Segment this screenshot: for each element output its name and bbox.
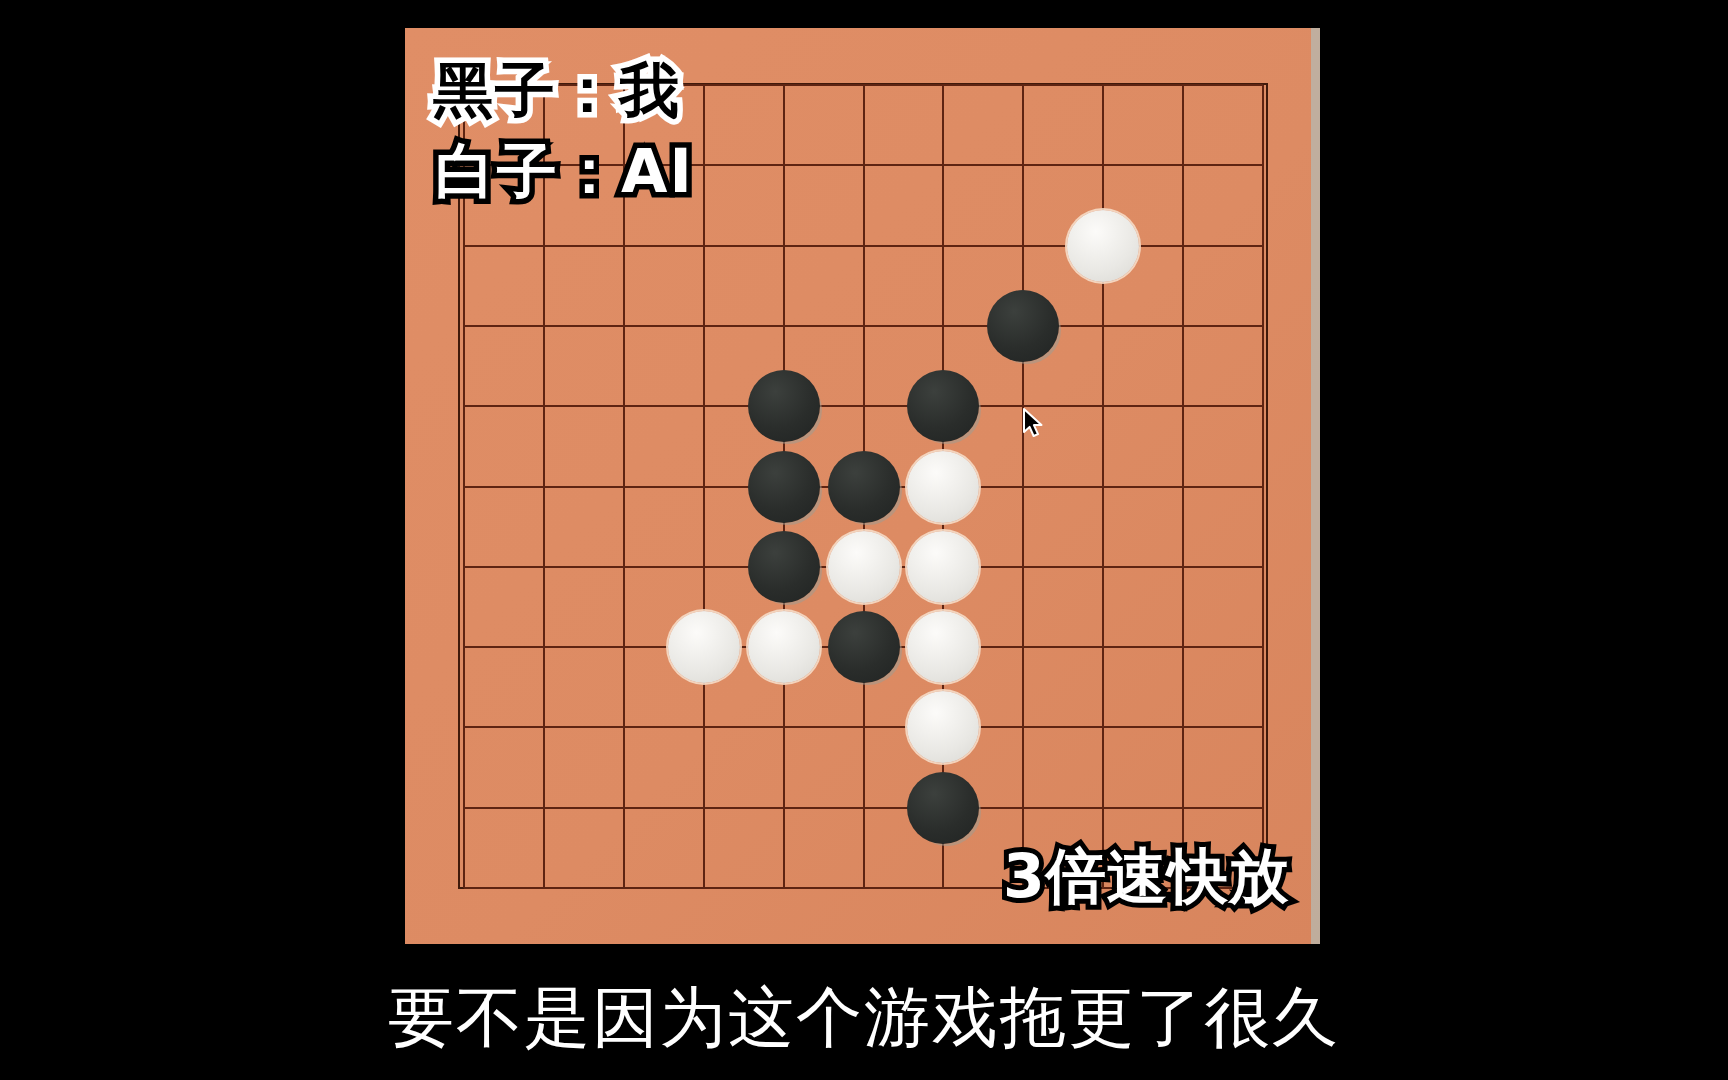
grid-line-horizontal-9 bbox=[464, 807, 1263, 809]
white-stone bbox=[1067, 210, 1139, 282]
white-player-label: 白子：AI 白子：AI bbox=[435, 141, 694, 201]
black-stone bbox=[828, 451, 900, 523]
black-player-label: 黑子：我 黑子：我 bbox=[433, 60, 681, 120]
playback-speed-label: 3倍速快放 3倍速快放 bbox=[1003, 846, 1290, 906]
white-stone bbox=[907, 611, 979, 683]
grid-line-vertical-8 bbox=[1102, 85, 1104, 888]
white-stone bbox=[828, 531, 900, 603]
black-player-label-text: 黑子：我 bbox=[433, 60, 681, 120]
grid-line-horizontal-8 bbox=[464, 726, 1263, 728]
mouse-cursor-icon bbox=[1022, 408, 1048, 440]
black-stone bbox=[828, 611, 900, 683]
black-stone bbox=[748, 531, 820, 603]
black-stone bbox=[748, 370, 820, 442]
white-player-label-text: 白子：AI bbox=[435, 141, 694, 201]
grid-line-vertical-9 bbox=[1182, 85, 1184, 888]
playback-speed-label-text: 3倍速快放 bbox=[1003, 846, 1290, 906]
video-frame: 黑子：我 黑子：我 白子：AI 白子：AI 3倍速快放 3倍速快放 要不是因为这… bbox=[0, 0, 1728, 1080]
white-stone bbox=[907, 451, 979, 523]
black-stone bbox=[987, 290, 1059, 362]
white-stone bbox=[748, 611, 820, 683]
black-stone bbox=[748, 451, 820, 523]
subtitle-caption: 要不是因为这个游戏拖更了很久 bbox=[0, 982, 1728, 1055]
white-stone bbox=[668, 611, 740, 683]
grid-line-vertical-7 bbox=[1022, 85, 1024, 888]
black-stone bbox=[907, 772, 979, 844]
board-edge-highlight bbox=[1311, 28, 1320, 944]
grid-line-vertical-10 bbox=[1262, 85, 1264, 888]
white-stone bbox=[907, 531, 979, 603]
